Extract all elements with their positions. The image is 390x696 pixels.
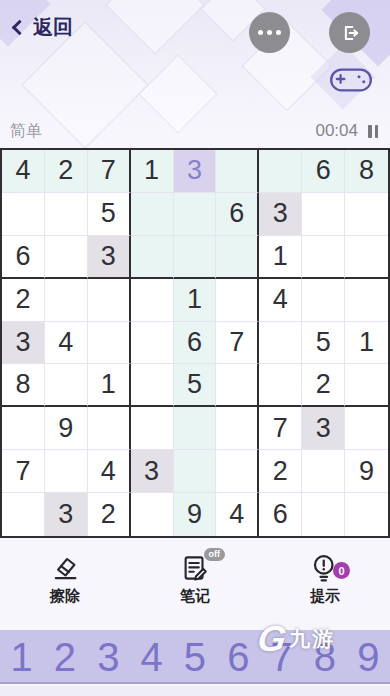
- cell-r7c3[interactable]: [88, 407, 131, 450]
- cell-r8c1[interactable]: 7: [2, 450, 45, 493]
- cell-value: 2: [273, 456, 288, 487]
- cell-value: 8: [15, 369, 30, 400]
- cell-r7c8[interactable]: 3: [302, 407, 345, 450]
- cell-r1c7[interactable]: [259, 150, 302, 193]
- lightbulb-icon: 0: [310, 553, 340, 583]
- cell-value: 2: [101, 499, 116, 530]
- cell-value: 6: [229, 198, 244, 229]
- sudoku-screen: 返回 简单 00:04 427136: [0, 0, 390, 696]
- cell-value: 3: [101, 241, 116, 272]
- cell-r9c3[interactable]: 2: [88, 493, 131, 536]
- numpad-9[interactable]: 9: [347, 630, 390, 684]
- cell-r5c5[interactable]: 6: [174, 322, 217, 365]
- back-label: 返回: [33, 14, 73, 41]
- cell-r5c4[interactable]: [131, 322, 174, 365]
- cell-r3c9[interactable]: [345, 236, 388, 279]
- erase-label: 擦除: [50, 587, 80, 606]
- notes-button[interactable]: off 笔记: [150, 545, 240, 606]
- notes-label: 笔记: [180, 587, 210, 606]
- cell-r7c5[interactable]: [174, 407, 217, 450]
- cell-r3c6[interactable]: [216, 236, 259, 279]
- cell-value: 9: [187, 499, 202, 530]
- cell-r2c2[interactable]: [45, 193, 88, 236]
- cell-r9c9[interactable]: [345, 493, 388, 536]
- timer: 00:04: [315, 121, 358, 141]
- cell-r3c3[interactable]: 3: [88, 236, 131, 279]
- cell-value: 3: [15, 327, 30, 358]
- cell-value: 3: [187, 155, 202, 186]
- cell-r3c7[interactable]: 1: [259, 236, 302, 279]
- cell-r2c9[interactable]: [345, 193, 388, 236]
- cell-r1c1[interactable]: 4: [2, 150, 45, 193]
- cell-r2c4[interactable]: [131, 193, 174, 236]
- cell-value: 4: [229, 499, 244, 530]
- numpad-5[interactable]: 5: [173, 630, 216, 684]
- cell-r4c6[interactable]: [216, 279, 259, 322]
- cell-r2c3[interactable]: 5: [88, 193, 131, 236]
- cell-r4c1[interactable]: 2: [2, 279, 45, 322]
- cell-r1c2[interactable]: 2: [45, 150, 88, 193]
- cell-r5c8[interactable]: 5: [302, 322, 345, 365]
- cell-r8c5[interactable]: [174, 450, 217, 493]
- cell-r7c9[interactable]: [345, 407, 388, 450]
- cell-value: 6: [187, 327, 202, 358]
- cell-value: 3: [273, 198, 288, 229]
- cell-value: 7: [273, 413, 288, 444]
- cell-r4c9[interactable]: [345, 279, 388, 322]
- cell-value: 2: [58, 155, 73, 186]
- cell-value: 2: [15, 284, 30, 315]
- cell-r8c7[interactable]: 2: [259, 450, 302, 493]
- numpad-3[interactable]: 3: [87, 630, 130, 684]
- numpad-4[interactable]: 4: [130, 630, 173, 684]
- cell-r5c6[interactable]: 7: [216, 322, 259, 365]
- cell-r6c4[interactable]: [131, 364, 174, 407]
- cell-r8c4[interactable]: 3: [131, 450, 174, 493]
- cell-r7c2[interactable]: 9: [45, 407, 88, 450]
- gamepad-icon[interactable]: [328, 62, 374, 96]
- cell-value: 2: [316, 369, 331, 400]
- cell-value: 1: [187, 284, 202, 315]
- cell-r1c4[interactable]: 1: [131, 150, 174, 193]
- cell-value: 5: [316, 327, 331, 358]
- cell-r6c7[interactable]: [259, 364, 302, 407]
- cell-r8c8[interactable]: [302, 450, 345, 493]
- cell-r3c1[interactable]: 6: [2, 236, 45, 279]
- cell-r4c5[interactable]: 1: [174, 279, 217, 322]
- cell-r3c4[interactable]: [131, 236, 174, 279]
- eraser-icon: [50, 553, 80, 583]
- cell-value: 1: [144, 155, 159, 186]
- cell-r5c2[interactable]: 4: [45, 322, 88, 365]
- cell-r3c8[interactable]: [302, 236, 345, 279]
- cell-value: 6: [316, 155, 331, 186]
- cell-r7c4[interactable]: [131, 407, 174, 450]
- notes-off-badge: off: [204, 548, 226, 561]
- cell-r5c3[interactable]: [88, 322, 131, 365]
- cell-r1c6[interactable]: [216, 150, 259, 193]
- cell-value: 1: [101, 369, 116, 400]
- cell-r9c7[interactable]: 6: [259, 493, 302, 536]
- numpad-7[interactable]: 7: [260, 630, 303, 684]
- difficulty-label: 简单: [10, 121, 42, 142]
- hint-label: 提示: [310, 587, 340, 606]
- numpad-6[interactable]: 6: [217, 630, 260, 684]
- cell-r8c6[interactable]: [216, 450, 259, 493]
- cell-r6c5[interactable]: 5: [174, 364, 217, 407]
- pause-button[interactable]: [366, 123, 380, 140]
- cell-value: 3: [144, 456, 159, 487]
- footer-strip: [0, 686, 390, 696]
- cell-r5c9[interactable]: 1: [345, 322, 388, 365]
- cell-r1c8[interactable]: 6: [302, 150, 345, 193]
- hint-count-badge: 0: [333, 562, 350, 579]
- status-bar: 简单 00:04: [0, 119, 390, 143]
- cell-r9c8[interactable]: [302, 493, 345, 536]
- chevron-left-icon: [12, 20, 28, 36]
- numpad-8[interactable]: 8: [303, 630, 346, 684]
- cell-r4c3[interactable]: [88, 279, 131, 322]
- cell-r7c1[interactable]: [2, 407, 45, 450]
- cell-value: 4: [58, 327, 73, 358]
- cell-value: 6: [15, 241, 30, 272]
- toolbar: 擦除 off 笔记 0: [0, 545, 390, 617]
- cell-value: 5: [101, 198, 116, 229]
- cell-value: 1: [273, 241, 288, 272]
- cell-r3c5[interactable]: [174, 236, 217, 279]
- cell-r2c1[interactable]: [2, 193, 45, 236]
- cell-r4c2[interactable]: [45, 279, 88, 322]
- cell-r6c2[interactable]: [45, 364, 88, 407]
- cell-r4c4[interactable]: [131, 279, 174, 322]
- cell-value: 6: [273, 499, 288, 530]
- numpad-1[interactable]: 1: [0, 630, 43, 684]
- more-button[interactable]: [249, 12, 290, 53]
- cell-r6c8[interactable]: 2: [302, 364, 345, 407]
- cell-r6c6[interactable]: [216, 364, 259, 407]
- cell-r8c2[interactable]: [45, 450, 88, 493]
- cell-value: 3: [316, 413, 331, 444]
- cell-value: 8: [359, 155, 374, 186]
- ellipsis-icon: [258, 30, 281, 35]
- number-pad: 123456789: [0, 630, 390, 684]
- cell-r2c5[interactable]: [174, 193, 217, 236]
- cell-value: 4: [15, 155, 30, 186]
- cell-r2c6[interactable]: 6: [216, 193, 259, 236]
- cell-r1c9[interactable]: 8: [345, 150, 388, 193]
- cell-value: 9: [359, 456, 374, 487]
- cell-r6c3[interactable]: 1: [88, 364, 131, 407]
- cell-r4c7[interactable]: 4: [259, 279, 302, 322]
- cell-r6c9[interactable]: [345, 364, 388, 407]
- logout-icon: [339, 22, 361, 44]
- numpad-2[interactable]: 2: [43, 630, 86, 684]
- cell-r9c4[interactable]: [131, 493, 174, 536]
- cell-value: 7: [101, 155, 116, 186]
- cell-value: 9: [58, 413, 73, 444]
- cell-value: 4: [101, 456, 116, 487]
- cell-r2c7[interactable]: 3: [259, 193, 302, 236]
- note-pencil-icon: off: [180, 553, 210, 583]
- cell-value: 3: [58, 499, 73, 530]
- cell-r8c9[interactable]: 9: [345, 450, 388, 493]
- cell-r1c3[interactable]: 7: [88, 150, 131, 193]
- cell-r5c1[interactable]: 3: [2, 322, 45, 365]
- exit-button[interactable]: [329, 12, 370, 53]
- cell-value: 5: [187, 369, 202, 400]
- cell-r3c2[interactable]: [45, 236, 88, 279]
- cell-r7c6[interactable]: [216, 407, 259, 450]
- cell-r9c6[interactable]: 4: [216, 493, 259, 536]
- cell-r6c1[interactable]: 8: [2, 364, 45, 407]
- cell-r9c1[interactable]: [2, 493, 45, 536]
- cell-value: 1: [359, 327, 374, 358]
- erase-button[interactable]: 擦除: [20, 545, 110, 606]
- cell-r7c7[interactable]: 7: [259, 407, 302, 450]
- cell-r2c8[interactable]: [302, 193, 345, 236]
- back-button[interactable]: 返回: [10, 14, 73, 41]
- hint-button[interactable]: 0 提示: [280, 545, 370, 606]
- sudoku-board: 427136856363121434675181529737432932946: [0, 148, 390, 538]
- cell-r1c5[interactable]: 3: [174, 150, 217, 193]
- cell-r9c5[interactable]: 9: [174, 493, 217, 536]
- cell-r5c7[interactable]: [259, 322, 302, 365]
- cell-r9c2[interactable]: 3: [45, 493, 88, 536]
- cell-r8c3[interactable]: 4: [88, 450, 131, 493]
- cell-value: 4: [273, 284, 288, 315]
- cell-value: 7: [15, 456, 30, 487]
- header: 返回: [0, 10, 390, 56]
- cell-r4c8[interactable]: [302, 279, 345, 322]
- cell-value: 7: [229, 327, 244, 358]
